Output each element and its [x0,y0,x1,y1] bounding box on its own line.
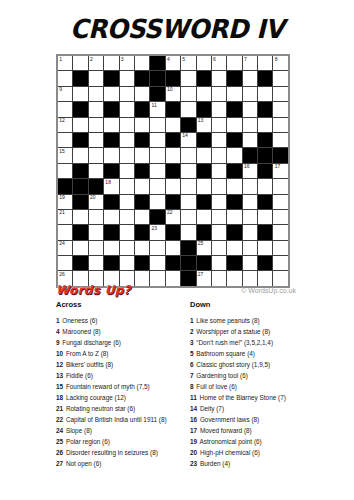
clue-16: 16 Government laws (8) [190,414,312,425]
block-r4c6 [135,102,149,116]
cell-r3c1[interactable]: 9 [58,87,72,101]
block-r2c7 [150,71,164,85]
cell-r15c14[interactable] [258,271,272,285]
cell-r2c9[interactable] [181,71,195,85]
cell-r5c11[interactable] [212,118,226,132]
cell-r3c15[interactable] [273,87,287,101]
cell-r4c13[interactable] [243,102,257,116]
cell-r1c9[interactable]: 5 [181,56,195,70]
clue-number-17: 17 [275,164,281,169]
cell-r9c5[interactable] [120,179,134,193]
clue-number-15: 15 [59,149,65,154]
cell-r5c14[interactable] [258,118,272,132]
block-r4c12 [227,102,241,116]
cell-r7c1[interactable]: 15 [58,148,72,162]
cell-r8c7[interactable] [150,164,164,178]
clue-12: 12 Bikers’ outfits (8) [56,359,190,370]
clue-number-21: 21 [59,210,65,215]
block-r10c4 [104,195,118,209]
down-clue-list: 1 Like some peanuts (8)2 Worshipper of a… [190,315,312,469]
block-r14c14 [258,256,272,270]
block-r2c4 [104,71,118,85]
cell-r4c1[interactable] [58,102,72,116]
cell-r11c10[interactable] [197,210,211,224]
cell-r7c2[interactable] [73,148,87,162]
clue-number-16: 16 [244,164,250,169]
block-r12c4 [104,225,118,239]
cell-r11c11[interactable] [212,210,226,224]
cell-r3c12[interactable] [227,87,241,101]
block-r7c13 [243,148,257,162]
cell-r15c7[interactable] [150,271,164,285]
block-r8c14 [258,164,272,178]
block-r8c10 [197,164,211,178]
cell-r7c4[interactable] [104,148,118,162]
block-r14c4 [104,256,118,270]
cell-r6c13[interactable] [243,133,257,147]
cell-r2c15[interactable] [273,71,287,85]
block-r11c7 [150,210,164,224]
cell-r1c12[interactable] [227,56,241,70]
cell-r11c3[interactable] [89,210,103,224]
cell-r10c3[interactable]: 20 [89,195,103,209]
cell-r13c7[interactable] [150,241,164,255]
clue-number-2: 2 [90,57,93,62]
cell-r5c2[interactable] [73,118,87,132]
block-r4c4 [104,102,118,116]
cell-r14c13[interactable] [243,256,257,270]
block-r12c2 [73,225,87,239]
cell-r8c11[interactable] [212,164,226,178]
cell-r12c3[interactable] [89,225,103,239]
cell-r12c5[interactable] [120,225,134,239]
block-r8c2 [73,164,87,178]
clue-24: 24 Slope (8) [56,425,190,436]
block-r2c12 [227,71,241,85]
cell-r10c1[interactable]: 19 [58,195,72,209]
clue-number-19: 19 [59,195,65,200]
clue-11: 11 Home of the Blarney Stone (7) [190,392,312,403]
copyright-text: © WordsUp.co.uk [241,287,296,294]
cell-r1c13[interactable]: 7 [243,56,257,70]
cell-r12c13[interactable] [243,225,257,239]
cell-r7c6[interactable] [135,148,149,162]
block-r12c12 [227,225,241,239]
block-r10c12 [227,195,241,209]
cell-r4c5[interactable] [120,102,134,116]
clue-21: 21 Rotating neutron star (6) [56,403,190,414]
clue-14: 14 Deity (7) [190,403,312,414]
cell-r8c1[interactable] [58,164,72,178]
cell-r15c10[interactable]: 27 [197,271,211,285]
block-r6c8 [166,133,180,147]
cell-r7c9[interactable] [181,148,195,162]
cell-r13c15[interactable] [273,241,287,255]
block-r5c9 [181,118,195,132]
cell-r1c5[interactable]: 3 [120,56,134,70]
block-r6c12 [227,133,241,147]
cell-r1c1[interactable]: 1 [58,56,72,70]
cell-r11c4[interactable] [104,210,118,224]
block-r8c8 [166,164,180,178]
cell-r3c10[interactable] [197,87,211,101]
cell-r8c9[interactable] [181,164,195,178]
cell-r5c6[interactable] [135,118,149,132]
cell-r6c7[interactable] [150,133,164,147]
cell-r8c3[interactable] [89,164,103,178]
cell-r10c11[interactable] [212,195,226,209]
cell-r11c5[interactable] [120,210,134,224]
block-r14c12 [227,256,241,270]
cell-r9c7[interactable] [150,179,164,193]
clue-26: 26 Disorder resulting in seizures (8) [56,447,190,458]
cell-r5c7[interactable] [150,118,164,132]
cell-r10c5[interactable] [120,195,134,209]
clue-number-12: 12 [59,118,65,123]
block-r7c15 [273,148,287,162]
block-r2c10 [197,71,211,85]
cell-r15c6[interactable] [135,271,149,285]
cell-r1c14[interactable] [258,56,272,70]
cell-r3c4[interactable] [104,87,118,101]
block-r13c9 [181,241,195,255]
across-header: Across [56,300,190,309]
clue-6: 6 Classic ghost story (1,9,5) [190,359,312,370]
cell-r4c15[interactable] [273,102,287,116]
cell-r3c3[interactable] [89,87,103,101]
block-r9c3 [89,179,103,193]
cell-r3c5[interactable] [120,87,134,101]
clue-number-3: 3 [121,57,124,62]
clue-17: 17 Moved forward (8) [190,425,312,436]
cell-r5c5[interactable] [120,118,134,132]
clue-number-20: 20 [90,195,96,200]
cell-r8c15[interactable]: 17 [273,164,287,178]
clue-15: 15 Fountain reward of myth (7,5) [56,381,190,392]
cell-r15c8[interactable] [166,271,180,285]
cell-r1c15[interactable]: 8 [273,56,287,70]
block-r6c4 [104,133,118,147]
cell-r3c13[interactable] [243,87,257,101]
cell-r10c13[interactable] [243,195,257,209]
cell-r10c15[interactable] [273,195,287,209]
clue-number-13: 13 [198,118,204,123]
clue-22: 22 Capital of British India until 1911 (… [56,414,190,425]
block-r6c2 [73,133,87,147]
clue-25: 25 Polar region (6) [56,436,190,447]
cell-r10c7[interactable] [150,195,164,209]
clue-number-9: 9 [59,87,62,92]
block-r14c2 [73,256,87,270]
cell-r7c12[interactable] [227,148,241,162]
clue-4: 4 Marooned (8) [56,326,190,337]
cell-r6c11[interactable] [212,133,226,147]
cell-r9c9[interactable] [181,179,195,193]
cell-r2c1[interactable] [58,71,72,85]
cell-r12c9[interactable] [181,225,195,239]
block-r8c6 [135,164,149,178]
clue-19: 19 Astronomical point (6) [190,436,312,447]
cell-r10c9[interactable] [181,195,195,209]
block-r12c10 [197,225,211,239]
cell-r7c10[interactable] [197,148,211,162]
across-clue-list: 1 Oneness (6)4 Marooned (8)9 Fungal disc… [56,315,190,469]
cell-r5c1[interactable]: 12 [58,118,72,132]
block-r8c4 [104,164,118,178]
block-r8c12 [227,164,241,178]
block-r7c14 [258,148,272,162]
cell-r11c15[interactable] [273,210,287,224]
cell-r13c13[interactable] [243,241,257,255]
block-r3c7 [150,87,164,101]
cell-r12c11[interactable] [212,225,226,239]
cell-r11c12[interactable] [227,210,241,224]
cell-r1c3[interactable]: 2 [89,56,103,70]
cell-r3c9[interactable] [181,87,195,101]
cell-r13c1[interactable]: 24 [58,241,72,255]
clue-number-23: 23 [152,226,158,231]
block-r6c10 [197,133,211,147]
cell-r11c14[interactable] [258,210,272,224]
puzzle-title: CROSSWORD IV [0,14,354,44]
cell-r11c6[interactable] [135,210,149,224]
cell-r12c7[interactable]: 23 [150,225,164,239]
cell-r14c3[interactable] [89,256,103,270]
cell-r8c5[interactable] [120,164,134,178]
clue-23: 23 Burden (4) [190,458,312,469]
cell-r5c8[interactable] [166,118,180,132]
cell-r9c8[interactable] [166,179,180,193]
clue-number-18: 18 [105,180,111,185]
cell-r9c14[interactable] [258,179,272,193]
cell-r9c13[interactable] [243,179,257,193]
clue-5: 5 Bathroom square (4) [190,348,312,359]
block-r4c8 [166,102,180,116]
cell-r4c7[interactable]: 11 [150,102,164,116]
clue-2: 2 Worshipper of a statue (8) [190,326,312,337]
clue-number-24: 24 [59,241,65,246]
clue-8: 8 Full of love (6) [190,381,312,392]
block-r2c2 [73,71,87,85]
clue-number-22: 22 [167,210,173,215]
cell-r14c1[interactable] [58,256,72,270]
clue-18: 18 Lacking courage (12) [56,392,190,403]
cell-r1c4[interactable] [104,56,118,70]
block-r12c6 [135,225,149,239]
cell-r5c3[interactable] [89,118,103,132]
cell-r11c9[interactable] [181,210,195,224]
clue-10: 10 From A to Z (8) [56,348,190,359]
block-r4c2 [73,102,87,116]
block-r14c8 [166,256,180,270]
clue-number-4: 4 [167,57,170,62]
clue-number-7: 7 [244,57,247,62]
block-r10c6 [135,195,149,209]
block-r14c9 [181,256,195,270]
cell-r5c15[interactable] [273,118,287,132]
block-r1c7 [150,56,164,70]
clue-1: 1 Oneness (6) [56,315,190,326]
clue-number-26: 26 [59,272,65,277]
cell-r6c9[interactable]: 14 [181,133,195,147]
cell-r7c3[interactable] [89,148,103,162]
cell-r12c1[interactable] [58,225,72,239]
cell-r11c2[interactable] [73,210,87,224]
cell-r2c5[interactable] [120,71,134,85]
block-r4c10 [197,102,211,116]
cell-r1c11[interactable]: 6 [212,56,226,70]
block-r9c2 [73,179,87,193]
cell-r7c8[interactable] [166,148,180,162]
cell-r9c15[interactable] [273,179,287,193]
clue-number-10: 10 [167,87,173,92]
cell-r13c8[interactable] [166,241,180,255]
clue-number-14: 14 [182,133,188,138]
cell-r11c1[interactable]: 21 [58,210,72,224]
block-r10c10 [197,195,211,209]
cell-r13c6[interactable] [135,241,149,255]
block-r10c14 [258,195,272,209]
cell-r1c2[interactable] [73,56,87,70]
clue-number-27: 27 [198,272,204,277]
clue-13: 13 Fiddle (6) [56,370,190,381]
block-r12c14 [258,225,272,239]
crossword-page: CROSSWORD IV 123456789101112131415161718… [0,0,354,500]
cell-r3c11[interactable] [212,87,226,101]
cell-r4c11[interactable] [212,102,226,116]
clue-20: 20 High-pH chemical (6) [190,447,312,458]
block-r2c6 [135,71,149,85]
down-header: Down [190,300,312,309]
words-up-logo: Words Up? [56,283,131,297]
clue-number-11: 11 [152,103,157,108]
cell-r7c11[interactable] [212,148,226,162]
cell-r11c13[interactable] [243,210,257,224]
cell-r13c4[interactable] [104,241,118,255]
cell-r15c12[interactable] [227,271,241,285]
block-r14c10 [197,256,211,270]
clue-number-8: 8 [275,57,278,62]
clue-number-5: 5 [182,57,185,62]
cell-r5c4[interactable] [104,118,118,132]
cell-r5c10[interactable]: 13 [197,118,211,132]
block-r14c6 [135,256,149,270]
cell-r3c8[interactable]: 10 [166,87,180,101]
block-r12c8 [166,225,180,239]
cell-r7c7[interactable] [150,148,164,162]
clue-3: 3 “Don’t rush me!” (3,5,2,1,4) [190,337,312,348]
cell-r14c15[interactable] [273,256,287,270]
cell-r3c14[interactable] [258,87,272,101]
block-r9c1 [58,179,72,193]
block-r6c14 [258,133,272,147]
block-r6c6 [135,133,149,147]
cell-r15c15[interactable] [273,271,287,285]
cell-r13c14[interactable] [258,241,272,255]
cell-r13c2[interactable] [73,241,87,255]
cell-r4c9[interactable] [181,102,195,116]
crossword-grid: 1234567891011121314151617181920212223242… [56,54,290,288]
block-r2c14 [258,71,272,85]
block-r15c9 [181,271,195,285]
cell-r5c13[interactable] [243,118,257,132]
cell-r9c10[interactable] [197,179,211,193]
clue-number-25: 25 [198,241,204,246]
cell-r4c3[interactable] [89,102,103,116]
cell-r14c11[interactable] [212,256,226,270]
cell-r5c12[interactable] [227,118,241,132]
clue-number-1: 1 [59,57,62,62]
cell-r14c5[interactable] [120,256,134,270]
block-r10c2 [73,195,87,209]
cell-r13c11[interactable] [212,241,226,255]
cell-r6c15[interactable] [273,133,287,147]
cell-r15c11[interactable] [212,271,226,285]
cell-r13c10[interactable]: 25 [197,241,211,255]
block-r10c8 [166,195,180,209]
cell-r8c13[interactable]: 16 [243,164,257,178]
down-clues-section: Down 1 Like some peanuts (8)2 Worshipper… [190,300,312,469]
cell-r1c8[interactable]: 4 [166,56,180,70]
cell-r1c10[interactable] [197,56,211,70]
across-clues-section: Across 1 Oneness (6)4 Marooned (8)9 Fung… [56,300,190,469]
cell-r13c12[interactable] [227,241,241,255]
cell-r9c6[interactable] [135,179,149,193]
cell-r13c3[interactable] [89,241,103,255]
cell-r15c13[interactable] [243,271,257,285]
cell-r3c2[interactable] [73,87,87,101]
clue-number-6: 6 [213,57,216,62]
cell-r7c5[interactable] [120,148,134,162]
cell-r13c5[interactable] [120,241,134,255]
cell-r12c15[interactable] [273,225,287,239]
cell-r11c8[interactable]: 22 [166,210,180,224]
clue-1: 1 Like some peanuts (8) [190,315,312,326]
cell-r14c7[interactable] [150,256,164,270]
cell-r3c6[interactable] [135,87,149,101]
cell-r9c4[interactable]: 18 [104,179,118,193]
clue-9: 9 Fungal discharge (6) [56,337,190,348]
cell-r2c3[interactable] [89,71,103,85]
cell-r2c13[interactable] [243,71,257,85]
cell-r6c1[interactable] [58,133,72,147]
clue-7: 7 Gardening tool (6) [190,370,312,381]
cell-r2c11[interactable] [212,71,226,85]
cell-r6c3[interactable] [89,133,103,147]
cell-r6c5[interactable] [120,133,134,147]
cell-r1c6[interactable] [135,56,149,70]
clue-27: 27 Not open (6) [56,458,190,469]
cell-r9c12[interactable] [227,179,241,193]
block-r2c8 [166,71,180,85]
cell-r9c11[interactable] [212,179,226,193]
block-r4c14 [258,102,272,116]
